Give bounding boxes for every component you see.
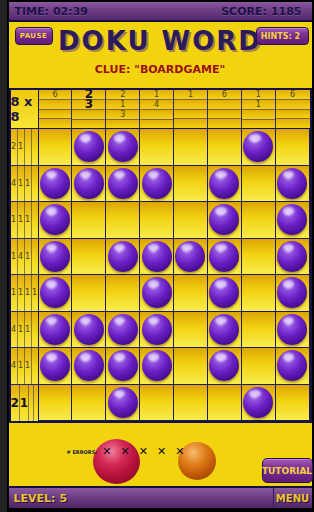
grid-cell[interactable] — [106, 348, 140, 385]
grid-cell[interactable] — [276, 312, 310, 349]
ball-highlight — [46, 353, 57, 360]
purple-ball — [74, 168, 104, 199]
grid-cell[interactable] — [174, 202, 208, 239]
row-clue-number: 1 — [18, 312, 25, 348]
row-clue-number: 1 — [32, 275, 38, 311]
row-clue-number — [32, 239, 38, 275]
grid-cell[interactable] — [208, 348, 242, 385]
ball-highlight — [114, 134, 125, 141]
ball-highlight — [114, 353, 125, 360]
col-clue-number — [72, 120, 105, 129]
grid-cell[interactable] — [174, 385, 208, 422]
col-clue-number — [242, 110, 275, 120]
row-clue-number: 1 — [20, 385, 29, 422]
row-clue-number: 2 — [11, 129, 18, 165]
purple-ball — [209, 350, 239, 381]
grid-cell[interactable] — [140, 348, 174, 385]
clue-text: CLUE: "BOARDGAME" — [9, 60, 312, 78]
grid-cell[interactable] — [174, 312, 208, 349]
grid-cell[interactable] — [208, 239, 242, 276]
grid-cell[interactable] — [208, 312, 242, 349]
errors-label: # ERRORS: — [67, 449, 98, 455]
row-clue-number: 1 — [25, 239, 32, 275]
grid-cell[interactable] — [208, 166, 242, 203]
col-clue-number — [276, 119, 310, 128]
grid-cell[interactable] — [72, 202, 106, 239]
col-clue-number — [174, 100, 207, 110]
top-status-bar: TIME:02:39 SCORE:1185 — [9, 2, 312, 22]
grid-cell[interactable] — [242, 166, 276, 203]
grid-cell[interactable] — [276, 129, 310, 166]
purple-ball — [209, 204, 239, 235]
col-clue-number — [39, 119, 72, 128]
ball-highlight — [249, 134, 260, 141]
grid-cell[interactable] — [140, 385, 174, 422]
row-clue-number: 1 — [25, 275, 32, 311]
row-clue: 21 — [11, 385, 38, 422]
grid-cell[interactable] — [174, 129, 208, 166]
ball-highlight — [46, 244, 57, 251]
ball-highlight — [114, 244, 125, 251]
grid-cell[interactable] — [174, 348, 208, 385]
purple-ball — [209, 314, 239, 345]
col-clue-number — [276, 100, 310, 110]
col-clue-number: 6 — [208, 90, 241, 100]
board-cells — [39, 129, 310, 421]
col-clue-number: 2 — [106, 90, 139, 100]
ball-highlight — [283, 317, 294, 324]
purple-ball — [243, 387, 273, 418]
purple-ball — [108, 131, 138, 162]
ball-highlight — [283, 207, 294, 214]
error-x-icon: ✕ — [157, 446, 166, 458]
level-value: 5 — [59, 492, 67, 505]
ball-highlight — [215, 171, 226, 178]
col-clue: 14 — [140, 90, 174, 128]
board-size-label: 8 x 8 — [11, 90, 39, 129]
score-label: SCORE: — [221, 5, 267, 18]
level-label: LEVEL: — [14, 492, 56, 505]
grid-cell[interactable] — [276, 239, 310, 276]
purple-ball — [40, 350, 70, 381]
col-clue-number — [39, 100, 72, 110]
ball-highlight — [80, 317, 91, 324]
ball-highlight — [46, 171, 57, 178]
tutorial-button[interactable]: TUTORIAL — [262, 458, 313, 483]
row-clue-number: 1 — [25, 348, 32, 384]
col-clue: 6 — [208, 90, 242, 128]
grid-cell[interactable] — [72, 166, 106, 203]
grid-cell[interactable] — [276, 385, 310, 422]
ball-highlight — [114, 171, 125, 178]
column-clues: 6232131416116 — [39, 90, 310, 129]
hints-value: 2 — [295, 32, 301, 41]
error-x-icon: ✕ — [102, 446, 111, 458]
purple-ball — [277, 350, 307, 381]
row-clue-number: 1 — [18, 129, 25, 165]
col-clue-number: 6 — [276, 90, 310, 100]
col-clue-number — [208, 100, 241, 110]
ball-highlight — [148, 280, 159, 287]
purple-ball — [209, 277, 239, 308]
error-x-icon: ✕ — [175, 446, 184, 458]
col-clue-number — [174, 110, 207, 120]
col-clue: 23 — [72, 90, 106, 128]
purple-ball — [277, 241, 307, 272]
ball-highlight — [215, 353, 226, 360]
grid-cell[interactable] — [72, 348, 106, 385]
purple-ball — [74, 314, 104, 345]
row-clue-number — [34, 385, 38, 422]
row-clue-number — [32, 166, 38, 202]
ball-highlight — [114, 317, 125, 324]
grid-cell[interactable] — [242, 129, 276, 166]
ball-highlight — [46, 207, 57, 214]
grid-cell[interactable] — [276, 348, 310, 385]
grid-cell[interactable] — [39, 312, 73, 349]
ball-highlight — [148, 171, 159, 178]
purple-ball — [108, 387, 138, 418]
purple-ball — [108, 314, 138, 345]
col-clue: 6 — [39, 90, 73, 128]
purple-ball — [142, 350, 172, 381]
row-clue-number: 1 — [18, 348, 25, 384]
grid-cell[interactable] — [174, 239, 208, 276]
hints-label: HINTS: — [261, 32, 292, 41]
col-clue: 11 — [242, 90, 276, 128]
col-clue-number: 1 — [174, 90, 207, 100]
row-clue-number: 1 — [18, 275, 25, 311]
score-value: 1185 — [271, 5, 302, 18]
game-field: PAUSE DOKU WORD HINTS: 2 CLUE: "BOARDGAM… — [9, 22, 312, 486]
purple-ball — [40, 314, 70, 345]
grid-cell[interactable] — [72, 275, 106, 312]
row-clue-number: 1 — [11, 202, 18, 238]
grid-cell[interactable] — [242, 275, 276, 312]
grid-cell[interactable] — [174, 275, 208, 312]
grid-cell[interactable] — [242, 312, 276, 349]
ball-highlight — [215, 207, 226, 214]
purple-ball — [277, 277, 307, 308]
purple-ball — [40, 168, 70, 199]
ball-highlight — [181, 244, 192, 251]
level-display: LEVEL:5 — [9, 492, 273, 505]
col-clue: 213 — [106, 90, 140, 128]
purple-ball — [277, 314, 307, 345]
purple-ball — [108, 168, 138, 199]
purple-ball — [40, 277, 70, 308]
grid-cell[interactable] — [39, 129, 73, 166]
col-clue-number — [174, 119, 207, 128]
row-clue: 141 — [11, 239, 38, 276]
purple-ball — [142, 314, 172, 345]
row-clue-number: 4 — [11, 312, 18, 348]
row-clue-number — [32, 202, 38, 238]
col-clue-number — [106, 120, 139, 128]
grid-cell[interactable] — [106, 312, 140, 349]
purple-ball — [209, 241, 239, 272]
row-clue-number: 1 — [18, 166, 25, 202]
grid-cell[interactable] — [39, 166, 73, 203]
grid-cell[interactable] — [242, 202, 276, 239]
ball-highlight — [283, 244, 294, 251]
error-x-icon: ✕ — [120, 446, 129, 458]
grid-cell[interactable] — [174, 166, 208, 203]
grid-cell[interactable] — [106, 275, 140, 312]
grid-cell[interactable] — [140, 239, 174, 276]
ball-highlight — [148, 353, 159, 360]
row-clue: 411 — [11, 166, 38, 203]
hints-button[interactable]: HINTS: 2 — [256, 27, 309, 45]
grid-cell[interactable] — [72, 385, 106, 422]
col-clue-number: 1 — [242, 100, 275, 110]
row-clue-number: 1 — [11, 239, 18, 275]
purple-ball — [142, 241, 172, 272]
col-clue-number: 6 — [39, 90, 72, 100]
row-clue: 21 — [11, 129, 38, 166]
grid-cell[interactable] — [276, 166, 310, 203]
score-display: SCORE:1185 — [221, 5, 305, 18]
row-clue-number — [32, 312, 38, 348]
grid-cell[interactable] — [242, 239, 276, 276]
grid-cell[interactable] — [208, 129, 242, 166]
grid-cell[interactable] — [72, 239, 106, 276]
ball-highlight — [148, 244, 159, 251]
col-clue-number — [140, 110, 173, 120]
grid-cell[interactable] — [276, 275, 310, 312]
grid-cell[interactable] — [242, 385, 276, 422]
row-clue-number: 4 — [11, 348, 18, 384]
error-x-icon: ✕ — [139, 446, 148, 458]
purple-ball — [175, 241, 205, 272]
error-counter: # ERRORS: ✕✕✕✕✕ — [67, 445, 194, 459]
purple-ball — [40, 241, 70, 272]
purple-ball — [108, 241, 138, 272]
row-clue: 411 — [11, 348, 38, 385]
row-clue-number: 1 — [18, 202, 25, 238]
grid-cell[interactable] — [140, 166, 174, 203]
ball-highlight — [80, 134, 91, 141]
ball-highlight — [46, 317, 57, 324]
purple-ball — [142, 277, 172, 308]
col-clue-number — [276, 110, 310, 120]
grid-cell[interactable] — [106, 202, 140, 239]
ball-highlight — [215, 244, 226, 251]
col-clue-number: 1 — [106, 100, 139, 110]
grid-cell[interactable] — [140, 129, 174, 166]
menu-button[interactable]: MENU — [273, 488, 312, 508]
app-frame: TIME:02:39 SCORE:1185 PAUSE DOKU WORD HI… — [7, 0, 314, 512]
ball-highlight — [215, 317, 226, 324]
row-clue-number — [32, 129, 38, 165]
ball-highlight — [283, 171, 294, 178]
grid-cell[interactable] — [208, 385, 242, 422]
row-clue-number — [25, 129, 32, 165]
purple-ball — [243, 131, 273, 162]
ball-highlight — [283, 353, 294, 360]
grid-cell[interactable] — [140, 275, 174, 312]
grid-cell[interactable] — [106, 129, 140, 166]
col-clue: 1 — [174, 90, 208, 128]
grid-cell[interactable] — [106, 239, 140, 276]
purple-ball — [142, 168, 172, 199]
row-clue-number: 4 — [11, 166, 18, 202]
row-clue-number: 4 — [18, 239, 25, 275]
ball-highlight — [114, 390, 125, 397]
col-clue: 6 — [276, 90, 310, 128]
col-clue-number — [208, 110, 241, 120]
purple-ball — [209, 168, 239, 199]
ball-highlight — [215, 280, 226, 287]
row-clue: 111 — [11, 202, 38, 239]
row-clue-number: 1 — [11, 275, 18, 311]
grid-cell[interactable] — [39, 385, 73, 422]
purple-ball — [40, 204, 70, 235]
grid-cell[interactable] — [39, 239, 73, 276]
row-clue-number — [32, 348, 38, 384]
ball-highlight — [46, 280, 57, 287]
ball-highlight — [148, 317, 159, 324]
grid-cell[interactable] — [208, 202, 242, 239]
col-clue-number: 1 — [140, 90, 173, 100]
row-clue: 1111 — [11, 275, 38, 312]
grid-cell[interactable] — [276, 202, 310, 239]
col-clue-number — [208, 119, 241, 128]
purple-ball — [277, 204, 307, 235]
grid-cell[interactable] — [39, 202, 73, 239]
time-display: TIME:02:39 — [15, 5, 92, 18]
time-label: TIME: — [15, 5, 49, 18]
row-clue-number: 1 — [25, 312, 32, 348]
grid-cell[interactable] — [106, 385, 140, 422]
row-clues: 21411111141111141141121 — [11, 129, 39, 421]
grid-cell[interactable] — [39, 275, 73, 312]
col-clue-number: 4 — [140, 100, 173, 110]
ball-highlight — [249, 390, 260, 397]
purple-ball — [74, 350, 104, 381]
row-clue-number: 1 — [25, 166, 32, 202]
grid-cell[interactable] — [39, 348, 73, 385]
time-value: 02:39 — [53, 5, 88, 18]
grid-cell[interactable] — [106, 166, 140, 203]
grid-cell[interactable] — [140, 202, 174, 239]
col-clue-number — [242, 120, 275, 129]
col-clue-number — [39, 110, 72, 120]
row-clue: 411 — [11, 312, 38, 349]
grid-cell[interactable] — [72, 129, 106, 166]
grid-cell[interactable] — [208, 275, 242, 312]
col-clue-number — [72, 110, 105, 120]
grid-cell[interactable] — [140, 312, 174, 349]
col-clue-number: 1 — [242, 90, 275, 100]
purple-ball — [277, 168, 307, 199]
col-clue-number: 3 — [106, 110, 139, 120]
purple-ball — [74, 131, 104, 162]
row-clue-number: 2 — [11, 385, 20, 422]
ball-highlight — [283, 280, 294, 287]
ball-highlight — [80, 171, 91, 178]
row-clue-number: 1 — [25, 202, 32, 238]
nonogram-board: 8 x 8 6232131416116 21411111141111141141… — [9, 88, 312, 423]
col-clue-number: 3 — [72, 100, 105, 110]
grid-cell[interactable] — [242, 348, 276, 385]
ball-highlight — [80, 353, 91, 360]
grid-cell[interactable] — [72, 312, 106, 349]
col-clue-number — [140, 120, 173, 129]
purple-ball — [108, 350, 138, 381]
bottom-bar: LEVEL:5 MENU — [9, 486, 312, 508]
